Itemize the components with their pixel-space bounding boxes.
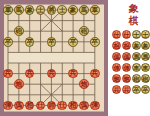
tray-piece-red-cannon: 炮 [112,74,121,83]
piece-black-horse[interactable]: 馬 [79,5,89,15]
tray-piece-red-advisor: 仕 [122,30,131,39]
piece-black-elephant[interactable]: 象 [25,5,35,15]
tray-piece-black-horse: 馬 [132,52,141,61]
piece-black-chariot[interactable]: 車 [90,5,100,15]
piece-red-cannon[interactable]: 炮 [14,79,24,89]
tray-piece-red-cannon: 炮 [122,74,131,83]
tray-piece-red-elephant: 相 [122,41,131,50]
piece-black-soldier[interactable]: 卒 [3,37,13,47]
piece-red-chariot[interactable]: 俥 [90,101,100,111]
piece-red-soldier[interactable]: 兵 [90,69,100,79]
tray-piece-red-horse: 傌 [112,52,121,61]
piece-red-advisor[interactable]: 仕 [57,101,67,111]
tray-piece-black-elephant: 象 [141,41,150,50]
tray-piece-black-elephant: 象 [132,41,141,50]
tray-piece-black-soldier: 卒 [141,85,150,94]
tray-piece-black-advisor: 士 [141,30,150,39]
piece-black-advisor[interactable]: 士 [57,5,67,15]
piece-black-cannon[interactable]: 砲 [79,26,89,36]
piece-red-soldier[interactable]: 兵 [47,69,57,79]
piece-black-soldier[interactable]: 卒 [47,37,57,47]
tray-piece-black-chariot: 車 [132,63,141,72]
piece-red-cannon[interactable]: 炮 [79,79,89,89]
tray-piece-black-cannon: 砲 [141,74,150,83]
piece-tray: 仕仕士士相相象象傌傌馬馬俥俥車車炮炮砲砲兵兵卒卒 [108,0,150,116]
tray-piece-red-chariot: 俥 [122,63,131,72]
board-pieces-layer: 車馬象士將士象馬車砲砲卒卒卒卒卒兵兵兵兵兵炮炮俥傌相仕帥仕相傌俥 [0,0,108,116]
tray-piece-red-chariot: 俥 [112,63,121,72]
piece-red-elephant[interactable]: 相 [25,101,35,111]
piece-black-chariot[interactable]: 車 [3,5,13,15]
piece-red-elephant[interactable]: 相 [68,101,78,111]
tray-piece-red-advisor: 仕 [112,30,121,39]
xiangqi-screenshot: 車馬象士將士象馬車砲砲卒卒卒卒卒兵兵兵兵兵炮炮俥傌相仕帥仕相傌俥 象 棋 仕仕士… [0,0,150,116]
piece-black-soldier[interactable]: 卒 [90,37,100,47]
piece-red-soldier[interactable]: 兵 [25,69,35,79]
piece-red-horse[interactable]: 傌 [79,101,89,111]
tray-piece-black-horse: 馬 [141,52,150,61]
tray-piece-black-soldier: 卒 [132,85,141,94]
tray-piece-red-soldier: 兵 [112,85,121,94]
piece-black-king[interactable]: 將 [47,5,57,15]
piece-black-horse[interactable]: 馬 [14,5,24,15]
piece-red-soldier[interactable]: 兵 [68,69,78,79]
side-panel: 象 棋 仕仕士士相相象象傌傌馬馬俥俥車車炮炮砲砲兵兵卒卒 [108,0,150,116]
tray-piece-black-cannon: 砲 [132,74,141,83]
tray-piece-red-horse: 傌 [122,52,131,61]
piece-red-advisor[interactable]: 仕 [36,101,46,111]
xiangqi-board[interactable]: 車馬象士將士象馬車砲砲卒卒卒卒卒兵兵兵兵兵炮炮俥傌相仕帥仕相傌俥 [0,0,108,116]
tray-piece-red-elephant: 相 [112,41,121,50]
tray-piece-black-advisor: 士 [132,30,141,39]
tray-piece-red-soldier: 兵 [122,85,131,94]
piece-black-cannon[interactable]: 砲 [14,26,24,36]
piece-black-elephant[interactable]: 象 [68,5,78,15]
piece-red-horse[interactable]: 傌 [14,101,24,111]
piece-black-soldier[interactable]: 卒 [25,37,35,47]
piece-black-advisor[interactable]: 士 [36,5,46,15]
piece-red-king[interactable]: 帥 [47,101,57,111]
tray-piece-black-chariot: 車 [141,63,150,72]
piece-black-soldier[interactable]: 卒 [68,37,78,47]
piece-red-soldier[interactable]: 兵 [3,69,13,79]
piece-red-chariot[interactable]: 俥 [3,101,13,111]
